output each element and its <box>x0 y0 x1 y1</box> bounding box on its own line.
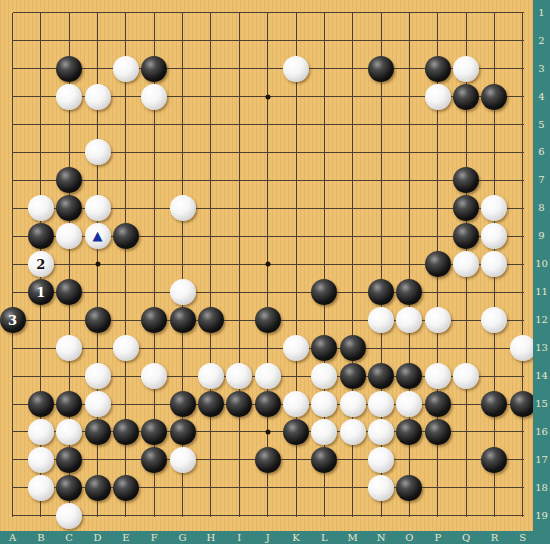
column-label: I <box>237 533 241 543</box>
black-stone[interactable] <box>113 475 139 501</box>
row-label: 13 <box>535 343 548 353</box>
black-stone[interactable] <box>56 475 82 501</box>
black-stone[interactable]: 1 <box>28 279 54 305</box>
white-stone[interactable] <box>85 363 111 389</box>
white-stone[interactable] <box>56 335 82 361</box>
move-number-label: 2 <box>36 258 45 271</box>
grid-line-horizontal <box>13 348 524 349</box>
black-stone[interactable] <box>255 307 281 333</box>
black-stone[interactable] <box>28 223 54 249</box>
black-stone[interactable] <box>255 447 281 473</box>
black-stone[interactable] <box>453 167 479 193</box>
black-stone[interactable] <box>453 84 479 110</box>
row-label: 10 <box>535 259 548 269</box>
column-label: G <box>179 533 187 543</box>
move-number-label: 3 <box>8 314 17 327</box>
row-label: 2 <box>538 36 544 46</box>
column-label: P <box>434 533 441 543</box>
black-stone[interactable]: 3 <box>0 307 26 333</box>
black-stone[interactable] <box>170 419 196 445</box>
black-stone[interactable] <box>170 391 196 417</box>
black-stone[interactable] <box>425 56 451 82</box>
column-label: H <box>207 533 216 543</box>
black-stone[interactable] <box>311 279 337 305</box>
white-stone[interactable] <box>481 251 507 277</box>
white-stone[interactable] <box>85 391 111 417</box>
black-stone[interactable] <box>510 391 536 417</box>
black-stone[interactable] <box>85 419 111 445</box>
black-stone[interactable] <box>425 391 451 417</box>
row-label: 17 <box>535 455 548 465</box>
black-stone[interactable] <box>85 475 111 501</box>
triangle-marker: ▲ <box>93 229 103 242</box>
white-stone[interactable] <box>170 447 196 473</box>
white-stone[interactable] <box>311 419 337 445</box>
black-stone[interactable] <box>56 391 82 417</box>
row-label: 4 <box>538 92 544 102</box>
white-stone[interactable] <box>453 251 479 277</box>
black-stone[interactable] <box>425 251 451 277</box>
row-label: 1 <box>538 8 544 18</box>
grid-line-horizontal <box>13 515 524 516</box>
black-stone[interactable] <box>85 307 111 333</box>
white-stone[interactable] <box>28 447 54 473</box>
white-stone[interactable] <box>481 223 507 249</box>
row-label: 8 <box>538 203 544 213</box>
white-stone[interactable] <box>311 391 337 417</box>
black-stone[interactable] <box>396 419 422 445</box>
white-stone[interactable] <box>368 475 394 501</box>
column-label: O <box>405 533 413 543</box>
star-point <box>265 94 270 99</box>
row-label: 5 <box>538 120 544 130</box>
white-stone[interactable] <box>510 335 536 361</box>
column-label: C <box>65 533 73 543</box>
star-point <box>265 429 270 434</box>
go-app-window: ▲213 ABCDEFGHIJKLMNOPQRS1234567891011121… <box>0 0 550 544</box>
black-stone[interactable] <box>283 419 309 445</box>
white-stone[interactable] <box>283 335 309 361</box>
black-stone[interactable] <box>340 335 366 361</box>
white-stone[interactable] <box>453 363 479 389</box>
white-stone[interactable] <box>396 307 422 333</box>
white-stone[interactable] <box>340 391 366 417</box>
white-stone[interactable] <box>85 84 111 110</box>
black-stone[interactable] <box>113 223 139 249</box>
black-stone[interactable] <box>368 56 394 82</box>
white-stone[interactable] <box>311 363 337 389</box>
white-stone[interactable] <box>198 363 224 389</box>
row-label: 16 <box>535 427 548 437</box>
black-stone[interactable] <box>141 56 167 82</box>
column-label: B <box>37 533 44 543</box>
row-label: 6 <box>538 147 544 157</box>
black-stone[interactable] <box>396 363 422 389</box>
black-stone[interactable] <box>226 391 252 417</box>
column-label: S <box>519 533 526 543</box>
black-stone[interactable] <box>311 335 337 361</box>
column-label: D <box>94 533 102 543</box>
black-stone[interactable] <box>425 419 451 445</box>
column-label: A <box>9 533 16 543</box>
white-stone[interactable] <box>170 279 196 305</box>
black-stone[interactable] <box>481 447 507 473</box>
column-label: L <box>321 533 328 543</box>
row-label: 3 <box>538 64 544 74</box>
white-stone[interactable] <box>425 84 451 110</box>
black-stone[interactable] <box>453 195 479 221</box>
white-stone[interactable] <box>56 223 82 249</box>
star-point <box>265 262 270 267</box>
move-number-label: 1 <box>36 286 45 299</box>
white-stone[interactable] <box>425 363 451 389</box>
white-stone[interactable] <box>141 363 167 389</box>
black-stone[interactable] <box>170 307 196 333</box>
row-label: 14 <box>535 371 548 381</box>
black-stone[interactable] <box>56 279 82 305</box>
black-stone[interactable] <box>255 391 281 417</box>
white-stone[interactable]: 2 <box>28 251 54 277</box>
column-label: F <box>151 533 158 543</box>
white-stone[interactable] <box>85 139 111 165</box>
grid-line-horizontal <box>13 124 524 125</box>
white-stone[interactable] <box>368 447 394 473</box>
white-stone[interactable] <box>396 391 422 417</box>
row-label: 12 <box>535 315 548 325</box>
grid-line-vertical <box>522 13 523 517</box>
black-stone[interactable] <box>453 223 479 249</box>
white-stone[interactable] <box>453 56 479 82</box>
white-stone[interactable] <box>255 363 281 389</box>
black-stone[interactable] <box>141 419 167 445</box>
black-stone[interactable] <box>311 447 337 473</box>
white-stone[interactable] <box>28 419 54 445</box>
white-stone[interactable] <box>28 475 54 501</box>
column-label: R <box>491 533 499 543</box>
white-stone[interactable] <box>425 307 451 333</box>
column-label: M <box>348 533 358 543</box>
column-label: K <box>292 533 299 543</box>
white-stone[interactable] <box>283 391 309 417</box>
column-label: J <box>266 533 270 543</box>
white-stone[interactable] <box>283 56 309 82</box>
white-stone[interactable] <box>56 84 82 110</box>
black-stone[interactable] <box>141 307 167 333</box>
black-stone[interactable] <box>56 447 82 473</box>
row-label: 11 <box>535 287 548 297</box>
black-stone[interactable] <box>113 419 139 445</box>
grid-line-horizontal <box>13 12 524 13</box>
black-stone[interactable] <box>28 391 54 417</box>
black-stone[interactable] <box>56 167 82 193</box>
column-label: E <box>122 533 129 543</box>
black-stone[interactable] <box>368 363 394 389</box>
row-label: 7 <box>538 175 544 185</box>
white-stone[interactable] <box>226 363 252 389</box>
white-stone[interactable] <box>56 419 82 445</box>
row-label: 19 <box>535 511 548 521</box>
black-stone[interactable] <box>481 84 507 110</box>
white-stone[interactable] <box>28 195 54 221</box>
white-stone[interactable] <box>368 419 394 445</box>
white-stone[interactable] <box>56 503 82 529</box>
black-stone[interactable] <box>340 363 366 389</box>
white-stone[interactable]: ▲ <box>85 223 111 249</box>
white-stone[interactable] <box>113 56 139 82</box>
black-stone[interactable] <box>56 56 82 82</box>
black-stone[interactable] <box>396 279 422 305</box>
column-label: N <box>377 533 386 543</box>
black-stone[interactable] <box>396 475 422 501</box>
column-label: Q <box>462 533 470 543</box>
goban[interactable]: ▲213 <box>0 0 533 531</box>
white-stone[interactable] <box>481 195 507 221</box>
black-stone[interactable] <box>198 307 224 333</box>
black-stone[interactable] <box>198 391 224 417</box>
black-stone[interactable] <box>481 391 507 417</box>
white-stone[interactable] <box>113 335 139 361</box>
row-label: 18 <box>535 483 548 493</box>
white-stone[interactable] <box>481 307 507 333</box>
star-point <box>95 262 100 267</box>
white-stone[interactable] <box>141 84 167 110</box>
white-stone[interactable] <box>85 195 111 221</box>
row-label: 9 <box>538 231 544 241</box>
grid-line-horizontal <box>13 40 524 41</box>
white-stone[interactable] <box>368 391 394 417</box>
black-stone[interactable] <box>56 195 82 221</box>
black-stone[interactable] <box>141 447 167 473</box>
white-stone[interactable] <box>368 307 394 333</box>
grid-line-horizontal <box>13 292 524 293</box>
grid-line-horizontal <box>13 180 524 181</box>
white-stone[interactable] <box>340 419 366 445</box>
black-stone[interactable] <box>368 279 394 305</box>
white-stone[interactable] <box>170 195 196 221</box>
row-label: 15 <box>535 399 548 409</box>
